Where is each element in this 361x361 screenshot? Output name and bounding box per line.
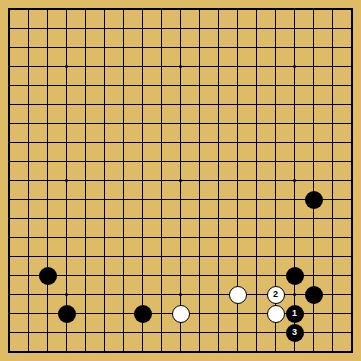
intersection-n13[interactable] [228, 114, 247, 133]
intersection-k19[interactable] [171, 0, 190, 19]
intersection-l14[interactable] [190, 95, 209, 114]
intersection-p17[interactable] [266, 38, 285, 57]
intersection-h10[interactable] [133, 171, 152, 190]
intersection-s1[interactable] [323, 342, 342, 361]
intersection-g3[interactable] [114, 304, 133, 323]
intersection-p12[interactable] [266, 133, 285, 152]
intersection-h6[interactable] [133, 247, 152, 266]
intersection-c4[interactable] [38, 285, 57, 304]
intersection-m2[interactable] [209, 323, 228, 342]
intersection-d13[interactable] [57, 114, 76, 133]
intersection-b2[interactable] [19, 323, 38, 342]
intersection-r13[interactable] [304, 114, 323, 133]
intersection-a1[interactable] [0, 342, 19, 361]
intersection-a3[interactable] [0, 304, 19, 323]
intersection-k1[interactable] [171, 342, 190, 361]
intersection-m4[interactable] [209, 285, 228, 304]
intersection-l12[interactable] [190, 133, 209, 152]
intersection-l17[interactable] [190, 38, 209, 57]
intersection-f7[interactable] [95, 228, 114, 247]
intersection-n3[interactable] [228, 304, 247, 323]
intersection-d11[interactable] [57, 152, 76, 171]
intersection-q18[interactable] [285, 19, 304, 38]
intersection-g12[interactable] [114, 133, 133, 152]
intersection-m5[interactable] [209, 266, 228, 285]
intersection-f9[interactable] [95, 190, 114, 209]
intersection-p6[interactable] [266, 247, 285, 266]
intersection-j12[interactable] [152, 133, 171, 152]
intersection-k14[interactable] [171, 95, 190, 114]
intersection-o5[interactable] [247, 266, 266, 285]
intersection-g4[interactable] [114, 285, 133, 304]
intersection-b6[interactable] [19, 247, 38, 266]
intersection-s9[interactable] [323, 190, 342, 209]
intersection-m17[interactable] [209, 38, 228, 57]
intersection-l3[interactable] [190, 304, 209, 323]
intersection-b3[interactable] [19, 304, 38, 323]
intersection-k10[interactable] [171, 171, 190, 190]
intersection-l4[interactable] [190, 285, 209, 304]
intersection-f4[interactable] [95, 285, 114, 304]
intersection-l16[interactable] [190, 57, 209, 76]
intersection-o2[interactable] [247, 323, 266, 342]
intersection-p16[interactable] [266, 57, 285, 76]
intersection-n6[interactable] [228, 247, 247, 266]
intersection-s15[interactable] [323, 76, 342, 95]
intersection-n15[interactable] [228, 76, 247, 95]
intersection-a12[interactable] [0, 133, 19, 152]
intersection-e11[interactable] [76, 152, 95, 171]
intersection-l5[interactable] [190, 266, 209, 285]
intersection-f10[interactable] [95, 171, 114, 190]
intersection-t1[interactable] [342, 342, 361, 361]
intersection-n16[interactable] [228, 57, 247, 76]
intersection-e8[interactable] [76, 209, 95, 228]
intersection-b9[interactable] [19, 190, 38, 209]
intersection-f13[interactable] [95, 114, 114, 133]
intersection-j9[interactable] [152, 190, 171, 209]
intersection-f5[interactable] [95, 266, 114, 285]
intersection-q5[interactable] [285, 266, 304, 285]
intersection-m8[interactable] [209, 209, 228, 228]
intersection-e10[interactable] [76, 171, 95, 190]
intersection-c3[interactable] [38, 304, 57, 323]
intersection-n14[interactable] [228, 95, 247, 114]
intersection-f11[interactable] [95, 152, 114, 171]
intersection-c7[interactable] [38, 228, 57, 247]
intersection-e16[interactable] [76, 57, 95, 76]
intersection-b12[interactable] [19, 133, 38, 152]
intersection-n8[interactable] [228, 209, 247, 228]
intersection-n19[interactable] [228, 0, 247, 19]
intersection-r2[interactable] [304, 323, 323, 342]
intersection-a19[interactable] [0, 0, 19, 19]
intersection-f19[interactable] [95, 0, 114, 19]
intersection-r19[interactable] [304, 0, 323, 19]
intersection-c14[interactable] [38, 95, 57, 114]
intersection-k3[interactable] [171, 304, 190, 323]
intersection-j7[interactable] [152, 228, 171, 247]
intersection-e15[interactable] [76, 76, 95, 95]
intersection-r4[interactable] [304, 285, 323, 304]
intersection-h12[interactable] [133, 133, 152, 152]
intersection-t9[interactable] [342, 190, 361, 209]
intersection-r18[interactable] [304, 19, 323, 38]
intersection-d5[interactable] [57, 266, 76, 285]
intersection-r1[interactable] [304, 342, 323, 361]
intersection-p19[interactable] [266, 0, 285, 19]
intersection-g10[interactable] [114, 171, 133, 190]
intersection-e1[interactable] [76, 342, 95, 361]
intersection-j16[interactable] [152, 57, 171, 76]
intersection-g11[interactable] [114, 152, 133, 171]
intersection-s18[interactable] [323, 19, 342, 38]
intersection-q12[interactable] [285, 133, 304, 152]
intersection-g1[interactable] [114, 342, 133, 361]
intersection-s14[interactable] [323, 95, 342, 114]
intersection-a2[interactable] [0, 323, 19, 342]
intersection-b1[interactable] [19, 342, 38, 361]
intersection-c19[interactable] [38, 0, 57, 19]
intersection-a17[interactable] [0, 38, 19, 57]
intersection-h19[interactable] [133, 0, 152, 19]
intersection-d8[interactable] [57, 209, 76, 228]
intersection-h17[interactable] [133, 38, 152, 57]
intersection-j17[interactable] [152, 38, 171, 57]
intersection-s5[interactable] [323, 266, 342, 285]
intersection-g13[interactable] [114, 114, 133, 133]
intersection-p14[interactable] [266, 95, 285, 114]
intersection-h11[interactable] [133, 152, 152, 171]
intersection-f12[interactable] [95, 133, 114, 152]
intersection-s7[interactable] [323, 228, 342, 247]
intersection-t18[interactable] [342, 19, 361, 38]
intersection-t7[interactable] [342, 228, 361, 247]
intersection-m15[interactable] [209, 76, 228, 95]
intersection-r3[interactable] [304, 304, 323, 323]
intersection-o3[interactable] [247, 304, 266, 323]
intersection-j10[interactable] [152, 171, 171, 190]
intersection-o6[interactable] [247, 247, 266, 266]
intersection-j2[interactable] [152, 323, 171, 342]
intersection-s2[interactable] [323, 323, 342, 342]
intersection-p10[interactable] [266, 171, 285, 190]
intersection-e17[interactable] [76, 38, 95, 57]
intersection-j5[interactable] [152, 266, 171, 285]
intersection-q16[interactable] [285, 57, 304, 76]
intersection-m3[interactable] [209, 304, 228, 323]
intersection-d7[interactable] [57, 228, 76, 247]
intersection-n7[interactable] [228, 228, 247, 247]
intersection-m12[interactable] [209, 133, 228, 152]
intersection-n18[interactable] [228, 19, 247, 38]
intersection-b13[interactable] [19, 114, 38, 133]
intersection-a4[interactable] [0, 285, 19, 304]
intersection-h13[interactable] [133, 114, 152, 133]
intersection-q1[interactable] [285, 342, 304, 361]
intersection-k8[interactable] [171, 209, 190, 228]
intersection-k4[interactable] [171, 285, 190, 304]
intersection-s13[interactable] [323, 114, 342, 133]
intersection-e13[interactable] [76, 114, 95, 133]
intersection-d19[interactable] [57, 0, 76, 19]
intersection-n12[interactable] [228, 133, 247, 152]
intersection-p4[interactable] [266, 285, 285, 304]
intersection-c13[interactable] [38, 114, 57, 133]
intersection-d9[interactable] [57, 190, 76, 209]
intersection-o14[interactable] [247, 95, 266, 114]
intersection-b15[interactable] [19, 76, 38, 95]
intersection-t17[interactable] [342, 38, 361, 57]
intersection-d16[interactable] [57, 57, 76, 76]
intersection-o18[interactable] [247, 19, 266, 38]
intersection-h16[interactable] [133, 57, 152, 76]
intersection-j6[interactable] [152, 247, 171, 266]
intersection-n17[interactable] [228, 38, 247, 57]
intersection-g18[interactable] [114, 19, 133, 38]
intersection-t19[interactable] [342, 0, 361, 19]
intersection-d15[interactable] [57, 76, 76, 95]
intersection-o7[interactable] [247, 228, 266, 247]
intersection-q17[interactable] [285, 38, 304, 57]
intersection-d18[interactable] [57, 19, 76, 38]
intersection-t10[interactable] [342, 171, 361, 190]
intersection-g16[interactable] [114, 57, 133, 76]
intersection-c6[interactable] [38, 247, 57, 266]
intersection-h1[interactable] [133, 342, 152, 361]
intersection-g17[interactable] [114, 38, 133, 57]
intersection-c11[interactable] [38, 152, 57, 171]
intersection-h3[interactable] [133, 304, 152, 323]
intersection-c5[interactable] [38, 266, 57, 285]
intersection-a5[interactable] [0, 266, 19, 285]
intersection-k2[interactable] [171, 323, 190, 342]
intersection-g7[interactable] [114, 228, 133, 247]
intersection-d12[interactable] [57, 133, 76, 152]
intersection-q8[interactable] [285, 209, 304, 228]
intersection-s17[interactable] [323, 38, 342, 57]
intersection-l9[interactable] [190, 190, 209, 209]
intersection-c2[interactable] [38, 323, 57, 342]
intersection-o17[interactable] [247, 38, 266, 57]
intersection-l6[interactable] [190, 247, 209, 266]
intersection-e19[interactable] [76, 0, 95, 19]
intersection-b5[interactable] [19, 266, 38, 285]
intersection-h18[interactable] [133, 19, 152, 38]
intersection-c16[interactable] [38, 57, 57, 76]
intersection-t8[interactable] [342, 209, 361, 228]
intersection-b17[interactable] [19, 38, 38, 57]
intersection-q9[interactable] [285, 190, 304, 209]
intersection-p18[interactable] [266, 19, 285, 38]
intersection-q11[interactable] [285, 152, 304, 171]
intersection-r16[interactable] [304, 57, 323, 76]
intersection-f8[interactable] [95, 209, 114, 228]
intersection-q15[interactable] [285, 76, 304, 95]
intersection-d3[interactable] [57, 304, 76, 323]
intersection-d2[interactable] [57, 323, 76, 342]
intersection-c10[interactable] [38, 171, 57, 190]
intersection-g15[interactable] [114, 76, 133, 95]
intersection-l13[interactable] [190, 114, 209, 133]
intersection-o11[interactable] [247, 152, 266, 171]
intersection-p5[interactable] [266, 266, 285, 285]
intersection-s11[interactable] [323, 152, 342, 171]
intersection-a15[interactable] [0, 76, 19, 95]
intersection-q6[interactable] [285, 247, 304, 266]
intersection-o13[interactable] [247, 114, 266, 133]
intersection-o8[interactable] [247, 209, 266, 228]
intersection-j1[interactable] [152, 342, 171, 361]
intersection-j19[interactable] [152, 0, 171, 19]
intersection-h15[interactable] [133, 76, 152, 95]
intersection-h4[interactable] [133, 285, 152, 304]
intersection-h14[interactable] [133, 95, 152, 114]
intersection-b4[interactable] [19, 285, 38, 304]
intersection-e18[interactable] [76, 19, 95, 38]
intersection-l2[interactable] [190, 323, 209, 342]
intersection-f18[interactable] [95, 19, 114, 38]
intersection-a14[interactable] [0, 95, 19, 114]
intersection-m1[interactable] [209, 342, 228, 361]
intersection-s4[interactable] [323, 285, 342, 304]
intersection-j13[interactable] [152, 114, 171, 133]
intersection-s6[interactable] [323, 247, 342, 266]
intersection-f14[interactable] [95, 95, 114, 114]
intersection-p13[interactable] [266, 114, 285, 133]
intersection-c8[interactable] [38, 209, 57, 228]
intersection-n10[interactable] [228, 171, 247, 190]
intersection-r8[interactable] [304, 209, 323, 228]
intersection-m19[interactable] [209, 0, 228, 19]
intersection-k17[interactable] [171, 38, 190, 57]
intersection-r17[interactable] [304, 38, 323, 57]
intersection-b8[interactable] [19, 209, 38, 228]
intersection-p3[interactable] [266, 304, 285, 323]
intersection-m18[interactable] [209, 19, 228, 38]
intersection-t14[interactable] [342, 95, 361, 114]
intersection-r6[interactable] [304, 247, 323, 266]
intersection-e7[interactable] [76, 228, 95, 247]
intersection-n9[interactable] [228, 190, 247, 209]
intersection-c15[interactable] [38, 76, 57, 95]
intersection-m9[interactable] [209, 190, 228, 209]
intersection-g6[interactable] [114, 247, 133, 266]
intersection-s8[interactable] [323, 209, 342, 228]
intersection-p8[interactable] [266, 209, 285, 228]
intersection-k5[interactable] [171, 266, 190, 285]
intersection-r10[interactable] [304, 171, 323, 190]
intersection-q19[interactable] [285, 0, 304, 19]
intersection-c17[interactable] [38, 38, 57, 57]
intersection-b10[interactable] [19, 171, 38, 190]
intersection-t3[interactable] [342, 304, 361, 323]
intersection-s3[interactable] [323, 304, 342, 323]
intersection-k13[interactable] [171, 114, 190, 133]
intersection-j3[interactable] [152, 304, 171, 323]
intersection-o12[interactable] [247, 133, 266, 152]
intersection-s10[interactable] [323, 171, 342, 190]
intersection-o15[interactable] [247, 76, 266, 95]
intersection-q3[interactable] [285, 304, 304, 323]
intersection-d14[interactable] [57, 95, 76, 114]
intersection-a16[interactable] [0, 57, 19, 76]
intersection-n5[interactable] [228, 266, 247, 285]
intersection-o10[interactable] [247, 171, 266, 190]
intersection-b11[interactable] [19, 152, 38, 171]
intersection-b18[interactable] [19, 19, 38, 38]
intersection-k6[interactable] [171, 247, 190, 266]
intersection-o1[interactable] [247, 342, 266, 361]
intersection-t5[interactable] [342, 266, 361, 285]
intersection-d4[interactable] [57, 285, 76, 304]
intersection-q2[interactable] [285, 323, 304, 342]
intersection-m14[interactable] [209, 95, 228, 114]
intersection-a10[interactable] [0, 171, 19, 190]
intersection-a9[interactable] [0, 190, 19, 209]
intersection-l19[interactable] [190, 0, 209, 19]
intersection-s12[interactable] [323, 133, 342, 152]
intersection-p11[interactable] [266, 152, 285, 171]
intersection-r15[interactable] [304, 76, 323, 95]
intersection-k15[interactable] [171, 76, 190, 95]
intersection-e2[interactable] [76, 323, 95, 342]
intersection-f17[interactable] [95, 38, 114, 57]
intersection-b16[interactable] [19, 57, 38, 76]
intersection-a8[interactable] [0, 209, 19, 228]
intersection-q13[interactable] [285, 114, 304, 133]
intersection-t2[interactable] [342, 323, 361, 342]
intersection-e4[interactable] [76, 285, 95, 304]
intersection-g9[interactable] [114, 190, 133, 209]
intersection-d17[interactable] [57, 38, 76, 57]
intersection-l8[interactable] [190, 209, 209, 228]
intersection-r11[interactable] [304, 152, 323, 171]
intersection-h8[interactable] [133, 209, 152, 228]
intersection-e9[interactable] [76, 190, 95, 209]
intersection-l7[interactable] [190, 228, 209, 247]
intersection-k18[interactable] [171, 19, 190, 38]
intersection-g2[interactable] [114, 323, 133, 342]
intersection-g5[interactable] [114, 266, 133, 285]
intersection-k7[interactable] [171, 228, 190, 247]
intersection-r14[interactable] [304, 95, 323, 114]
intersection-q7[interactable] [285, 228, 304, 247]
intersection-r7[interactable] [304, 228, 323, 247]
intersection-f2[interactable] [95, 323, 114, 342]
intersection-j4[interactable] [152, 285, 171, 304]
intersection-f15[interactable] [95, 76, 114, 95]
intersection-n2[interactable] [228, 323, 247, 342]
intersection-k16[interactable] [171, 57, 190, 76]
intersection-f6[interactable] [95, 247, 114, 266]
intersection-d10[interactable] [57, 171, 76, 190]
intersection-k11[interactable] [171, 152, 190, 171]
intersection-k9[interactable] [171, 190, 190, 209]
intersection-g8[interactable] [114, 209, 133, 228]
intersection-m7[interactable] [209, 228, 228, 247]
intersection-l11[interactable] [190, 152, 209, 171]
intersection-a11[interactable] [0, 152, 19, 171]
intersection-t16[interactable] [342, 57, 361, 76]
intersection-m16[interactable] [209, 57, 228, 76]
intersection-h5[interactable] [133, 266, 152, 285]
intersection-e6[interactable] [76, 247, 95, 266]
intersection-a6[interactable] [0, 247, 19, 266]
intersection-g19[interactable] [114, 0, 133, 19]
intersection-l10[interactable] [190, 171, 209, 190]
intersection-m13[interactable] [209, 114, 228, 133]
